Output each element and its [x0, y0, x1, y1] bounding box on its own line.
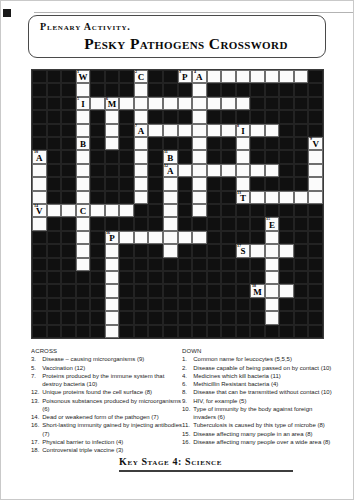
crossword-cell-r10c1[interactable] [47, 204, 62, 217]
clue-number: 6 [106, 97, 108, 101]
down-clues: DOWN 1.Common name for leucocytes (5,5,5… [182, 347, 349, 446]
crossword-cell-r19c5[interactable] [105, 325, 120, 338]
blocked-cell [294, 150, 309, 163]
crossword-cell-r0c10[interactable]: 3P [178, 70, 193, 83]
crossword-cell-r3c7[interactable] [134, 110, 149, 123]
crossword-cell-r9c16[interactable] [265, 191, 280, 204]
crossword-cell-r6c19[interactable] [308, 150, 323, 163]
crossword-cell-r11c16[interactable]: 15E [265, 217, 280, 230]
blocked-cell [294, 83, 309, 96]
blocked-cell [148, 244, 163, 257]
given-letter: P [109, 232, 115, 243]
crossword-cell-r6c9[interactable]: 11B [163, 150, 178, 163]
crossword-cell-r7c19[interactable] [308, 164, 323, 177]
crossword-cell-r8c19[interactable] [308, 177, 323, 190]
blocked-cell [105, 164, 120, 177]
blocked-cell [250, 204, 265, 217]
clue-list-number: 1. [182, 355, 193, 363]
crossword-cell-r12c11[interactable] [192, 231, 207, 244]
blocked-cell [207, 137, 222, 150]
crossword-cell-r4c16[interactable] [265, 124, 280, 137]
blocked-cell [134, 244, 149, 257]
crossword-cell-r6c14[interactable] [236, 150, 251, 163]
blocked-cell [105, 150, 120, 163]
crossword-cell-r17c5[interactable] [105, 298, 120, 311]
blocked-cell [221, 150, 236, 163]
across-clue-12: 12.Unique proteins found the cell surfac… [31, 388, 183, 396]
clue-list-number: 16. [182, 438, 193, 446]
blocked-cell [61, 271, 76, 284]
blocked-cell [236, 284, 251, 297]
clue-list-number: 11. [182, 421, 193, 429]
given-letter: M [108, 98, 117, 109]
blocked-cell [90, 217, 105, 230]
crossword-cell-r10c3[interactable]: C [76, 204, 91, 217]
blocked-cell [192, 244, 207, 257]
blocked-cell [308, 231, 323, 244]
crossword-cell-r6c3[interactable] [76, 150, 91, 163]
crossword-cell-r9c0[interactable] [32, 191, 47, 204]
crossword-cell-r16c16[interactable] [265, 284, 280, 297]
blocked-cell [207, 244, 222, 257]
crossword-cell-r7c9[interactable]: 12A [163, 164, 178, 177]
crossword-cell-r9c17[interactable] [279, 191, 294, 204]
blocked-cell [119, 258, 134, 271]
blocked-cell [105, 83, 120, 96]
clue-list-number: 13. [31, 397, 42, 405]
blocked-cell [236, 298, 251, 311]
across-clue-16: 16.Short-lasting immunity gained by inje… [31, 421, 183, 438]
blocked-cell [76, 311, 91, 324]
crossword-cell-r5c14[interactable] [236, 137, 251, 150]
crossword-cell-r0c18[interactable] [294, 70, 309, 83]
crossword-cell-r7c13[interactable] [221, 164, 236, 177]
blocked-cell [294, 311, 309, 324]
blocked-cell [47, 284, 62, 297]
crossword-cell-r9c19[interactable] [308, 191, 323, 204]
activity-kicker: Plenary Activity. [40, 21, 131, 32]
crossword-cell-r8c9[interactable] [163, 177, 178, 190]
blocked-cell [265, 204, 280, 217]
crossword-cell-r0c7[interactable]: 2C [134, 70, 149, 83]
blocked-cell [236, 311, 251, 324]
blocked-cell [207, 325, 222, 338]
clue-number: 10 [34, 150, 38, 154]
crossword-cell-r12c5[interactable]: 16P [105, 231, 120, 244]
blocked-cell [308, 271, 323, 284]
clue-list-number: 18. [31, 446, 42, 454]
blocked-cell [308, 244, 323, 257]
crossword-cell-r12c16[interactable] [265, 231, 280, 244]
crossword-cell-r0c3[interactable]: 1W [76, 70, 91, 83]
crossword-cell-r5c5[interactable] [105, 137, 120, 150]
crossword-cell-r12c8[interactable] [148, 231, 163, 244]
blocked-cell [178, 204, 193, 217]
blocked-cell [221, 298, 236, 311]
blocked-cell [221, 204, 236, 217]
crossword-cell-r1c3[interactable] [76, 83, 91, 96]
blocked-cell [279, 311, 294, 324]
blocked-cell [119, 271, 134, 284]
blocked-cell [221, 231, 236, 244]
blocked-cell [148, 258, 163, 271]
blocked-cell [61, 284, 76, 297]
clue-number: 17 [237, 244, 241, 248]
blocked-cell [250, 97, 265, 110]
blocked-cell [148, 177, 163, 190]
clue-number: 15 [266, 217, 270, 221]
blocked-cell [148, 311, 163, 324]
down-heading: DOWN [182, 347, 349, 355]
crossword-cell-r2c5[interactable]: 6M [105, 97, 120, 110]
blocked-cell [47, 217, 62, 230]
blocked-cell [294, 110, 309, 123]
blocked-cell [163, 70, 178, 83]
crossword-cell-r10c9[interactable] [163, 204, 178, 217]
crossword-cell-r10c6[interactable] [119, 204, 134, 217]
crossword-cell-r1c7[interactable] [134, 83, 149, 96]
crossword-cell-r3c3[interactable] [76, 110, 91, 123]
crossword-cell-r13c14[interactable]: 17S [236, 244, 251, 257]
blocked-cell [47, 177, 62, 190]
blocked-cell [148, 204, 163, 217]
crossword-cell-r8c11[interactable] [192, 177, 207, 190]
crossword-cell-r3c5[interactable] [105, 110, 120, 123]
blocked-cell [279, 83, 294, 96]
crossword-cell-r2c12[interactable] [207, 97, 222, 110]
crossword-cell-r4c15[interactable] [250, 124, 265, 137]
blocked-cell [61, 110, 76, 123]
crossword-cell-r2c9[interactable] [163, 97, 178, 110]
given-letter: B [80, 138, 86, 149]
blocked-cell [47, 97, 62, 110]
blocked-cell [178, 325, 193, 338]
blocked-cell [163, 137, 178, 150]
blocked-cell [47, 70, 62, 83]
crossword-cell-r12c9[interactable] [163, 231, 178, 244]
crossword-cell-r2c8[interactable] [148, 97, 163, 110]
blocked-cell [279, 217, 294, 230]
blocked-cell [265, 97, 280, 110]
crossword-cell-r12c10[interactable] [178, 231, 193, 244]
crossword-cell-r14c5[interactable] [105, 258, 120, 271]
crossword-cell-r4c7[interactable]: 7A [134, 124, 149, 137]
crossword-cell-r5c19[interactable]: 9V [308, 137, 323, 150]
blocked-cell [148, 191, 163, 204]
blocked-cell [308, 110, 323, 123]
crossword-cell-r5c3[interactable]: B [76, 137, 91, 150]
crossword-cell-r18c16[interactable] [265, 311, 280, 324]
crossword-cell-r4c9[interactable] [163, 124, 178, 137]
blocked-cell [221, 110, 236, 123]
blocked-cell [207, 271, 222, 284]
blocked-cell [134, 298, 149, 311]
blocked-cell [221, 217, 236, 230]
blocked-cell [90, 325, 105, 338]
clue-number: 5 [77, 97, 79, 101]
crossword-cell-r9c14[interactable]: 13T [236, 191, 251, 204]
crossword-cell-r9c11[interactable] [192, 191, 207, 204]
crossword-cell-r0c12[interactable] [207, 70, 222, 83]
clue-list-number: 3. [31, 355, 42, 363]
crossword-cell-r11c3[interactable] [76, 217, 91, 230]
blocked-cell [207, 177, 222, 190]
crossword-cell-r9c18[interactable] [294, 191, 309, 204]
crossword-cell-r0c16[interactable] [265, 70, 280, 83]
clue-list-number: 15. [182, 430, 193, 438]
blocked-cell [250, 311, 265, 324]
blocked-cell [221, 271, 236, 284]
crossword-cell-r16c5[interactable] [105, 284, 120, 297]
blocked-cell [90, 298, 105, 311]
blocked-cell [119, 150, 134, 163]
crossword-cell-r7c11[interactable] [192, 164, 207, 177]
blocked-cell [134, 217, 149, 230]
crossword-cell-r7c12[interactable] [207, 164, 222, 177]
blocked-cell [90, 137, 105, 150]
across-clue-5: 5.Vaccination (12) [31, 364, 183, 372]
crossword-cell-r13c9[interactable] [163, 244, 178, 257]
blocked-cell [47, 124, 62, 137]
crossword-cell-r0c11[interactable]: 4A [192, 70, 207, 83]
blocked-cell [294, 231, 309, 244]
clue-number: 8 [237, 124, 239, 128]
crossword-cell-r14c3[interactable] [76, 258, 91, 271]
crossword-cell-r0c15[interactable] [250, 70, 265, 83]
blocked-cell [119, 124, 134, 137]
crossword-cell-r6c11[interactable] [192, 150, 207, 163]
crossword-cell-r4c12[interactable] [207, 124, 222, 137]
crossword-cell-r4c8[interactable] [148, 124, 163, 137]
blocked-cell [32, 83, 47, 96]
blocked-cell [61, 97, 76, 110]
crossword-cell-r2c6[interactable] [119, 97, 134, 110]
crossword-cell-r8c0[interactable] [32, 177, 47, 190]
blocked-cell [90, 164, 105, 177]
blocked-cell [163, 311, 178, 324]
blocked-cell [308, 70, 323, 83]
clue-list-number: 4. [182, 372, 193, 380]
crossword-cell-r0c13[interactable] [221, 70, 236, 83]
blocked-cell [61, 217, 76, 230]
crossword-cell-r6c0[interactable]: 10A [32, 150, 47, 163]
crossword-cell-r15c5[interactable] [105, 271, 120, 284]
blocked-cell [47, 244, 62, 257]
blocked-cell [279, 231, 294, 244]
blocked-cell [178, 298, 193, 311]
crossword-cell-r2c11[interactable] [192, 97, 207, 110]
blocked-cell [76, 298, 91, 311]
clue-number: 11 [164, 150, 168, 154]
blocked-cell [279, 298, 294, 311]
blocked-cell [61, 83, 76, 96]
blocked-cell [236, 217, 251, 230]
blocked-cell [148, 164, 163, 177]
blocked-cell [163, 325, 178, 338]
title-box: Plenary Activity. Pesky Pathogens Crossw… [28, 15, 326, 58]
blocked-cell [32, 137, 47, 150]
crossword-cell-r2c14[interactable] [236, 97, 251, 110]
crossword-cell-r13c16[interactable] [265, 244, 280, 257]
blocked-cell [207, 311, 222, 324]
crossword-cell-r14c16[interactable] [265, 258, 280, 271]
crossword-cell-r7c0[interactable] [32, 164, 47, 177]
clue-list-number: 16. [31, 421, 42, 429]
crossword-cell-r7c14[interactable] [236, 164, 251, 177]
blocked-cell [32, 231, 47, 244]
blocked-cell [163, 258, 178, 271]
crossword-cell-r9c7[interactable] [134, 191, 149, 204]
blocked-cell [221, 244, 236, 257]
blocked-cell [294, 271, 309, 284]
blocked-cell [163, 298, 178, 311]
crossword-cell-r12c3[interactable] [76, 231, 91, 244]
page-title: Pesky Pathogens Crossword [29, 35, 325, 53]
crossword-cell-r8c3[interactable] [76, 177, 91, 190]
crossword-cell-r9c15[interactable] [250, 191, 265, 204]
crossword-cell-r7c7[interactable] [134, 164, 149, 177]
crossword-cell-r4c5[interactable] [105, 124, 120, 137]
blocked-cell [90, 110, 105, 123]
crossword-cell-r17c16[interactable] [265, 298, 280, 311]
blocked-cell [250, 231, 265, 244]
crossword-cell-r13c5[interactable] [105, 244, 120, 257]
blocked-cell [47, 191, 62, 204]
blocked-cell [32, 325, 47, 338]
crossword-cell-r7c10[interactable] [178, 164, 193, 177]
blocked-cell [294, 244, 309, 257]
given-letter: A [196, 71, 203, 82]
crossword-cell-r5c7[interactable] [134, 137, 149, 150]
crossword-cell-r11c0[interactable] [32, 217, 47, 230]
down-clue-16: 16.Disease affecting many people over a … [182, 438, 349, 446]
crossword-cell-r4c13[interactable] [221, 124, 236, 137]
crossword-cell-r2c7[interactable] [134, 97, 149, 110]
blocked-cell [76, 271, 91, 284]
blocked-cell [178, 284, 193, 297]
crossword-cell-r16c17[interactable] [279, 284, 294, 297]
blocked-cell [90, 124, 105, 137]
crossword-cell-r8c14[interactable] [236, 177, 251, 190]
crossword-cell-r2c3[interactable]: 5I [76, 97, 91, 110]
blocked-cell [134, 284, 149, 297]
blocked-cell [294, 325, 309, 338]
blocked-cell [32, 244, 47, 257]
blocked-cell [279, 204, 294, 217]
given-letter: I [241, 125, 245, 136]
crossword-cell-r2c4[interactable] [90, 97, 105, 110]
crossword-cell-r6c7[interactable] [134, 150, 149, 163]
blocked-cell [178, 191, 193, 204]
blocked-cell [308, 97, 323, 110]
crossword-cell-r4c10[interactable] [178, 124, 193, 137]
crossword-cell-r4c14[interactable]: 8I [236, 124, 251, 137]
crossword-cell-r10c5[interactable] [105, 204, 120, 217]
crossword-cell-r0c14[interactable] [236, 70, 251, 83]
across-clue-list: 3.Disease – causing microorganisms (9)5.… [31, 355, 183, 454]
crossword-cell-r12c6[interactable] [119, 231, 134, 244]
blocked-cell [279, 177, 294, 190]
crossword-cell-r0c17[interactable] [279, 70, 294, 83]
across-clue-14: 14.Dead or weakened form of the pathogen… [31, 413, 183, 421]
blocked-cell [308, 258, 323, 271]
crossword-cell-r8c7[interactable] [134, 177, 149, 190]
crossword-cell-r13c15[interactable] [250, 244, 265, 257]
blocked-cell [90, 83, 105, 96]
blocked-cell [119, 311, 134, 324]
crossword-cell-r9c3[interactable] [76, 191, 91, 204]
blocked-cell [90, 177, 105, 190]
blocked-cell [163, 83, 178, 96]
crossword-cell-r11c9[interactable] [163, 217, 178, 230]
crossword-cell-r18c5[interactable] [105, 311, 120, 324]
blocked-cell [236, 110, 251, 123]
footer-title: Key Stage 4: Science [119, 456, 222, 467]
crossword-cell-r3c11[interactable] [192, 110, 207, 123]
crossword-cell-r1c11[interactable] [192, 83, 207, 96]
given-letter: P [182, 71, 188, 82]
crossword-cell-r16c15[interactable]: 18M [250, 284, 265, 297]
crossword-cell-r7c16[interactable] [265, 164, 280, 177]
crossword-cell-r10c4[interactable] [90, 204, 105, 217]
crossword-cell-r9c9[interactable] [163, 191, 178, 204]
crossword-cell-r2c13[interactable] [221, 97, 236, 110]
across-heading: ACROSS [31, 347, 183, 355]
blocked-cell [294, 97, 309, 110]
blocked-cell [148, 70, 163, 83]
down-clue-11: 11.Tuberculosis is caused by this type o… [182, 421, 349, 429]
blocked-cell [250, 217, 265, 230]
blocked-cell [32, 124, 47, 137]
blocked-cell [178, 271, 193, 284]
down-clue-9: 9.HIV, for example (5) [182, 397, 349, 405]
crossword-cell-r4c11[interactable] [192, 124, 207, 137]
crossword-cell-r10c0[interactable]: 14V [32, 204, 47, 217]
crossword-cell-r10c11[interactable] [192, 204, 207, 217]
blocked-cell [221, 177, 236, 190]
blocked-cell [76, 325, 91, 338]
clue-list-number: 6. [182, 380, 193, 388]
clue-list-number: 12. [31, 388, 42, 396]
crossword-cell-r7c15[interactable] [250, 164, 265, 177]
blocked-cell [207, 298, 222, 311]
blocked-cell [90, 284, 105, 297]
crossword-cell-r12c7[interactable] [134, 231, 149, 244]
blocked-cell [61, 177, 76, 190]
blocked-cell [61, 258, 76, 271]
blocked-cell [279, 110, 294, 123]
blocked-cell [61, 150, 76, 163]
blocked-cell [236, 83, 251, 96]
down-clue-1: 1.Common name for leucocytes (5,5,5) [182, 355, 349, 363]
blocked-cell [119, 83, 134, 96]
blocked-cell [236, 204, 251, 217]
blocked-cell [32, 311, 47, 324]
crossword-cell-r4c3[interactable] [76, 124, 91, 137]
crossword-cell-r13c17[interactable] [279, 244, 294, 257]
crossword-cell-r2c10[interactable] [178, 97, 193, 110]
crossword-cell-r15c16[interactable] [265, 271, 280, 284]
blocked-cell [279, 97, 294, 110]
crossword-cell-r7c3[interactable] [76, 164, 91, 177]
blocked-cell [47, 137, 62, 150]
blocked-cell [61, 244, 76, 257]
blocked-cell [134, 311, 149, 324]
crossword-cell-r10c2[interactable] [61, 204, 76, 217]
crossword-cell-r13c3[interactable] [76, 244, 91, 257]
crossword-cell-r5c11[interactable] [192, 137, 207, 150]
blocked-cell [119, 70, 134, 83]
